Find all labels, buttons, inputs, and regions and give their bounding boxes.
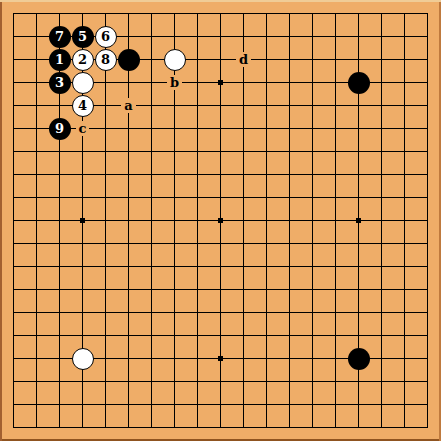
point-label-a: a bbox=[117, 94, 140, 117]
stone-white bbox=[164, 49, 186, 71]
star-point bbox=[218, 218, 223, 223]
go-board: 756128349abcd bbox=[0, 0, 441, 441]
stone-black bbox=[348, 348, 370, 370]
stone-black-3: 3 bbox=[49, 72, 71, 94]
point-label-b: b bbox=[163, 71, 186, 94]
stone-white bbox=[72, 72, 94, 94]
stone-white-4: 4 bbox=[72, 95, 94, 117]
point-label-d: d bbox=[232, 48, 255, 71]
star-point bbox=[218, 356, 223, 361]
point-label-text: b bbox=[167, 75, 182, 90]
stone-white-8: 8 bbox=[95, 49, 117, 71]
stone-black-9: 9 bbox=[49, 118, 71, 140]
stone-white-2: 2 bbox=[72, 49, 94, 71]
star-point bbox=[80, 218, 85, 223]
stone-black-5: 5 bbox=[72, 26, 94, 48]
point-label-text: c bbox=[76, 121, 90, 136]
stone-black-1: 1 bbox=[49, 49, 71, 71]
stone-white-6: 6 bbox=[95, 26, 117, 48]
stone-black bbox=[118, 49, 140, 71]
star-point bbox=[218, 80, 223, 85]
board-grid: 756128349abcd bbox=[2, 2, 439, 439]
star-point bbox=[356, 218, 361, 223]
stone-black-7: 7 bbox=[49, 26, 71, 48]
stone-white bbox=[72, 348, 94, 370]
point-label-c: c bbox=[71, 117, 94, 140]
point-label-text: a bbox=[121, 98, 135, 113]
stone-black bbox=[348, 72, 370, 94]
point-label-text: d bbox=[236, 52, 251, 67]
